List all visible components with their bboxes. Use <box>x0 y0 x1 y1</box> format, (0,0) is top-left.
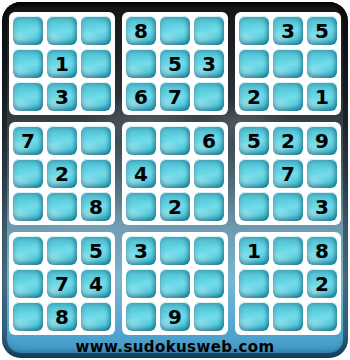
cell-r3c1[interactable] <box>13 82 43 111</box>
cell-r6c3[interactable]: 8 <box>81 192 111 221</box>
cell-r3c9[interactable]: 1 <box>307 82 337 111</box>
cell-r4c3[interactable] <box>81 126 111 155</box>
sudoku-board: 1385367352172864252973574839182 <box>9 12 341 335</box>
cell-r2c6[interactable]: 3 <box>194 49 224 78</box>
cell-r9c5[interactable]: 9 <box>160 302 190 331</box>
box-2-1: 728 <box>9 122 115 225</box>
cell-r4c8[interactable]: 2 <box>273 126 303 155</box>
cell-r1c2[interactable] <box>47 16 77 45</box>
cell-r1c7[interactable] <box>239 16 269 45</box>
cell-r5c8[interactable]: 7 <box>273 159 303 188</box>
cell-r5c5[interactable] <box>160 159 190 188</box>
cell-r7c8[interactable] <box>273 236 303 265</box>
cell-r4c7[interactable]: 5 <box>239 126 269 155</box>
cell-r9c8[interactable] <box>273 302 303 331</box>
cell-r1c5[interactable] <box>160 16 190 45</box>
cell-r4c9[interactable]: 9 <box>307 126 337 155</box>
cell-r2c5[interactable]: 5 <box>160 49 190 78</box>
cell-r1c8[interactable]: 3 <box>273 16 303 45</box>
page-background: 1385367352172864252973574839182 www.sudo… <box>0 0 350 360</box>
cell-r1c3[interactable] <box>81 16 111 45</box>
cell-r8c5[interactable] <box>160 269 190 298</box>
cell-r6c7[interactable] <box>239 192 269 221</box>
sudoku-widget: 1385367352172864252973574839182 www.sudo… <box>2 2 348 358</box>
cell-r2c3[interactable] <box>81 49 111 78</box>
cell-r9c3[interactable] <box>81 302 111 331</box>
box-1-1: 13 <box>9 12 115 115</box>
cell-r4c6[interactable]: 6 <box>194 126 224 155</box>
cell-r3c3[interactable] <box>81 82 111 111</box>
cell-r7c3[interactable]: 5 <box>81 236 111 265</box>
cell-r4c2[interactable] <box>47 126 77 155</box>
cell-r5c6[interactable] <box>194 159 224 188</box>
cell-r3c2[interactable]: 3 <box>47 82 77 111</box>
cell-r3c5[interactable]: 7 <box>160 82 190 111</box>
cell-r6c4[interactable] <box>126 192 156 221</box>
site-link[interactable]: www.sudokusweb.com <box>75 338 274 356</box>
cell-r7c5[interactable] <box>160 236 190 265</box>
cell-r8c1[interactable] <box>13 269 43 298</box>
cell-r8c8[interactable] <box>273 269 303 298</box>
cell-r5c1[interactable] <box>13 159 43 188</box>
cell-r9c1[interactable] <box>13 302 43 331</box>
cell-r6c5[interactable]: 2 <box>160 192 190 221</box>
cell-r4c5[interactable] <box>160 126 190 155</box>
box-1-3: 3521 <box>235 12 341 115</box>
cell-r4c4[interactable] <box>126 126 156 155</box>
cell-r8c2[interactable]: 7 <box>47 269 77 298</box>
cell-r6c2[interactable] <box>47 192 77 221</box>
cell-r9c9[interactable] <box>307 302 337 331</box>
cell-r6c8[interactable] <box>273 192 303 221</box>
cell-r5c9[interactable] <box>307 159 337 188</box>
cell-r5c4[interactable]: 4 <box>126 159 156 188</box>
cell-r7c1[interactable] <box>13 236 43 265</box>
cell-r9c6[interactable] <box>194 302 224 331</box>
cell-r3c4[interactable]: 6 <box>126 82 156 111</box>
site-link-bar: www.sudokusweb.com <box>9 335 341 359</box>
box-2-2: 642 <box>122 122 228 225</box>
cell-r7c7[interactable]: 1 <box>239 236 269 265</box>
cell-r8c6[interactable] <box>194 269 224 298</box>
cell-r7c6[interactable] <box>194 236 224 265</box>
cell-r7c2[interactable] <box>47 236 77 265</box>
cell-r2c2[interactable]: 1 <box>47 49 77 78</box>
cell-r5c2[interactable]: 2 <box>47 159 77 188</box>
cell-r2c4[interactable] <box>126 49 156 78</box>
cell-r8c3[interactable]: 4 <box>81 269 111 298</box>
cell-r6c1[interactable] <box>13 192 43 221</box>
cell-r3c8[interactable] <box>273 82 303 111</box>
box-2-3: 52973 <box>235 122 341 225</box>
cell-r2c1[interactable] <box>13 49 43 78</box>
cell-r1c6[interactable] <box>194 16 224 45</box>
cell-r9c7[interactable] <box>239 302 269 331</box>
box-1-2: 85367 <box>122 12 228 115</box>
cell-r1c1[interactable] <box>13 16 43 45</box>
cell-r1c9[interactable]: 5 <box>307 16 337 45</box>
box-3-3: 182 <box>235 232 341 335</box>
cell-r7c9[interactable]: 8 <box>307 236 337 265</box>
box-3-2: 39 <box>122 232 228 335</box>
cell-r3c6[interactable] <box>194 82 224 111</box>
cell-r5c7[interactable] <box>239 159 269 188</box>
cell-r8c7[interactable] <box>239 269 269 298</box>
cell-r4c1[interactable]: 7 <box>13 126 43 155</box>
cell-r2c8[interactable] <box>273 49 303 78</box>
cell-r5c3[interactable] <box>81 159 111 188</box>
cell-r3c7[interactable]: 2 <box>239 82 269 111</box>
cell-r8c9[interactable]: 2 <box>307 269 337 298</box>
cell-r8c4[interactable] <box>126 269 156 298</box>
cell-r9c2[interactable]: 8 <box>47 302 77 331</box>
cell-r9c4[interactable] <box>126 302 156 331</box>
cell-r1c4[interactable]: 8 <box>126 16 156 45</box>
cell-r6c6[interactable] <box>194 192 224 221</box>
box-3-1: 5748 <box>9 232 115 335</box>
cell-r2c7[interactable] <box>239 49 269 78</box>
cell-r2c9[interactable] <box>307 49 337 78</box>
cell-r7c4[interactable]: 3 <box>126 236 156 265</box>
cell-r6c9[interactable]: 3 <box>307 192 337 221</box>
